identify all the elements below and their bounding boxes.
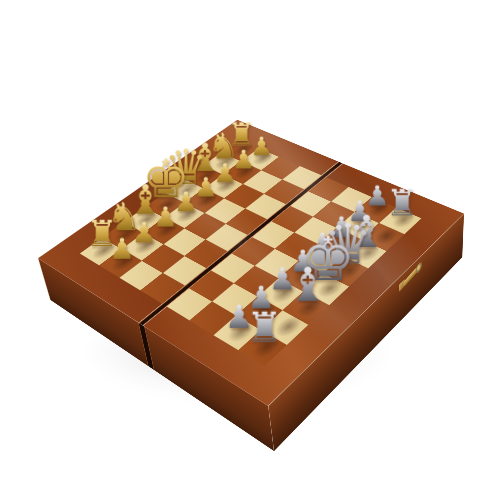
clasp-ring: [416, 260, 422, 275]
piece-white-pawn-h2[interactable]: ♟: [81, 235, 162, 263]
piece-black-rook-h8[interactable]: ♜: [218, 307, 310, 349]
product-photo-scene: ♜♞♝♛♚♝♞♜♟♟♟♟♟♟♟♟♟♟♟♟♟♟♟♟♜♞♝♛♚♝♞♜: [0, 0, 480, 480]
